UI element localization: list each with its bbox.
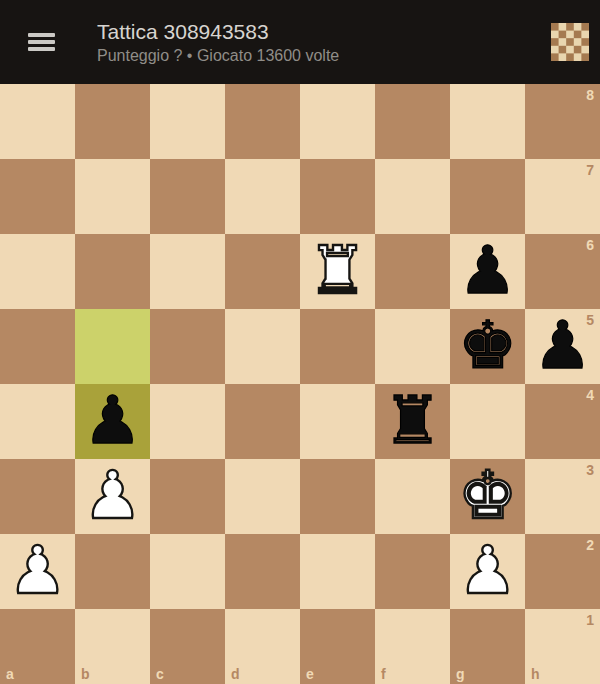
white-pawn[interactable]: ♟: [83, 463, 142, 529]
square-e4[interactable]: [300, 384, 375, 459]
square-g3[interactable]: ♚: [450, 459, 525, 534]
file-label-h: h: [531, 667, 540, 681]
square-e5[interactable]: [300, 309, 375, 384]
square-g6[interactable]: ♟: [450, 234, 525, 309]
square-d1[interactable]: d: [225, 609, 300, 684]
square-f8[interactable]: [375, 84, 450, 159]
file-label-a: a: [6, 667, 14, 681]
square-e1[interactable]: e: [300, 609, 375, 684]
square-f5[interactable]: [375, 309, 450, 384]
file-label-d: d: [231, 667, 240, 681]
square-g2[interactable]: ♟: [450, 534, 525, 609]
file-label-e: e: [306, 667, 314, 681]
rank-label-7: 7: [586, 163, 594, 177]
black-king[interactable]: ♚: [458, 313, 517, 379]
square-c4[interactable]: [150, 384, 225, 459]
square-b7[interactable]: [75, 159, 150, 234]
menu-bar: [28, 33, 55, 37]
black-pawn[interactable]: ♟: [83, 388, 142, 454]
square-a2[interactable]: ♟: [0, 534, 75, 609]
rank-label-2: 2: [586, 538, 594, 552]
square-h5[interactable]: ♟5: [525, 309, 600, 384]
square-b2[interactable]: [75, 534, 150, 609]
black-rook[interactable]: ♜: [383, 388, 442, 454]
square-f2[interactable]: [375, 534, 450, 609]
square-a3[interactable]: [0, 459, 75, 534]
rank-label-1: 1: [586, 613, 594, 627]
rank-label-6: 6: [586, 238, 594, 252]
square-b4[interactable]: ♟: [75, 384, 150, 459]
square-a4[interactable]: [0, 384, 75, 459]
header: Tattica 308943583 Punteggio ? • Giocato …: [0, 0, 600, 84]
square-g1[interactable]: g: [450, 609, 525, 684]
square-h1[interactable]: 1h: [525, 609, 600, 684]
square-d6[interactable]: [225, 234, 300, 309]
square-d7[interactable]: [225, 159, 300, 234]
rank-label-3: 3: [586, 463, 594, 477]
square-c3[interactable]: [150, 459, 225, 534]
square-c7[interactable]: [150, 159, 225, 234]
square-h7[interactable]: 7: [525, 159, 600, 234]
square-e6[interactable]: ♜: [300, 234, 375, 309]
white-pawn[interactable]: ♟: [8, 538, 67, 604]
board-thumbnail-icon[interactable]: [551, 23, 589, 61]
square-f4[interactable]: ♜: [375, 384, 450, 459]
file-label-g: g: [456, 667, 465, 681]
square-e7[interactable]: [300, 159, 375, 234]
square-g5[interactable]: ♚: [450, 309, 525, 384]
square-h2[interactable]: 2: [525, 534, 600, 609]
square-d3[interactable]: [225, 459, 300, 534]
square-g8[interactable]: [450, 84, 525, 159]
square-h4[interactable]: 4: [525, 384, 600, 459]
square-e8[interactable]: [300, 84, 375, 159]
square-d2[interactable]: [225, 534, 300, 609]
rank-label-4: 4: [586, 388, 594, 402]
square-g7[interactable]: [450, 159, 525, 234]
white-rook[interactable]: ♜: [308, 238, 367, 304]
square-c6[interactable]: [150, 234, 225, 309]
square-h6[interactable]: 6: [525, 234, 600, 309]
square-f1[interactable]: f: [375, 609, 450, 684]
square-a7[interactable]: [0, 159, 75, 234]
square-d5[interactable]: [225, 309, 300, 384]
menu-bar: [28, 40, 55, 44]
file-label-b: b: [81, 667, 90, 681]
square-b5[interactable]: [75, 309, 150, 384]
square-h3[interactable]: 3: [525, 459, 600, 534]
square-d4[interactable]: [225, 384, 300, 459]
square-b3[interactable]: ♟: [75, 459, 150, 534]
square-c1[interactable]: c: [150, 609, 225, 684]
square-b8[interactable]: [75, 84, 150, 159]
square-f7[interactable]: [375, 159, 450, 234]
black-pawn[interactable]: ♟: [458, 238, 517, 304]
square-h8[interactable]: 8: [525, 84, 600, 159]
file-label-c: c: [156, 667, 164, 681]
square-e2[interactable]: [300, 534, 375, 609]
black-pawn[interactable]: ♟: [533, 313, 592, 379]
white-pawn[interactable]: ♟: [458, 538, 517, 604]
square-c5[interactable]: [150, 309, 225, 384]
square-f3[interactable]: [375, 459, 450, 534]
square-a8[interactable]: [0, 84, 75, 159]
square-f6[interactable]: [375, 234, 450, 309]
square-a6[interactable]: [0, 234, 75, 309]
file-label-f: f: [381, 667, 386, 681]
square-c2[interactable]: [150, 534, 225, 609]
square-d8[interactable]: [225, 84, 300, 159]
square-b6[interactable]: [75, 234, 150, 309]
page-subtitle: Punteggio ? • Giocato 13600 volte: [97, 45, 551, 66]
white-king[interactable]: ♚: [458, 463, 517, 529]
rank-label-8: 8: [586, 88, 594, 102]
square-c8[interactable]: [150, 84, 225, 159]
chess-board: 87♜♟6♚♟5♟♜4♟♚3♟♟2abcdefg1h: [0, 84, 600, 684]
menu-bar: [28, 47, 55, 51]
hamburger-menu-icon[interactable]: [28, 33, 55, 51]
square-g4[interactable]: [450, 384, 525, 459]
square-b1[interactable]: b: [75, 609, 150, 684]
square-a5[interactable]: [0, 309, 75, 384]
page-title: Tattica 308943583: [97, 18, 551, 45]
header-titles: Tattica 308943583 Punteggio ? • Giocato …: [97, 18, 551, 66]
square-e3[interactable]: [300, 459, 375, 534]
square-a1[interactable]: a: [0, 609, 75, 684]
